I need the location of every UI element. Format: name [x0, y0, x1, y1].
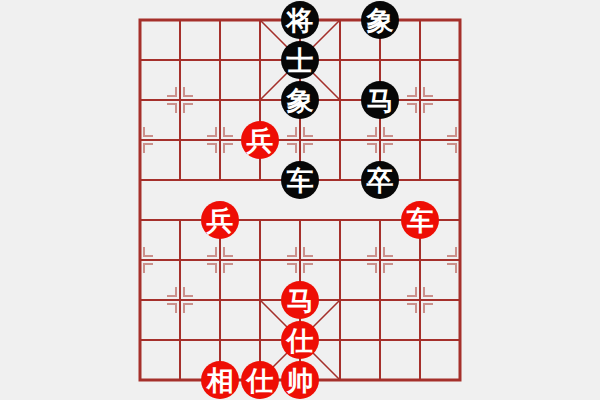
- piece-red-advisor[interactable]: 仕: [241, 361, 279, 399]
- piece-black-horse[interactable]: 马: [361, 81, 399, 119]
- piece-red-chariot[interactable]: 车: [401, 201, 439, 239]
- piece-red-advisor[interactable]: 仕: [281, 321, 319, 359]
- piece-black-chariot[interactable]: 车: [281, 161, 319, 199]
- xiangqi-screen: 将象士象马兵车卒兵车马仕相仕帅: [0, 0, 600, 400]
- piece-red-horse[interactable]: 马: [281, 281, 319, 319]
- piece-black-soldier[interactable]: 卒: [361, 161, 399, 199]
- xiangqi-board[interactable]: 将象士象马兵车卒兵车马仕相仕帅: [120, 0, 480, 400]
- piece-black-general[interactable]: 将: [281, 1, 319, 39]
- piece-red-elephant[interactable]: 相: [201, 361, 239, 399]
- piece-red-soldier[interactable]: 兵: [241, 121, 279, 159]
- piece-red-soldier[interactable]: 兵: [201, 201, 239, 239]
- piece-black-advisor[interactable]: 士: [281, 41, 319, 79]
- piece-black-elephant[interactable]: 象: [361, 1, 399, 39]
- piece-red-general[interactable]: 帅: [281, 361, 319, 399]
- piece-black-elephant[interactable]: 象: [281, 81, 319, 119]
